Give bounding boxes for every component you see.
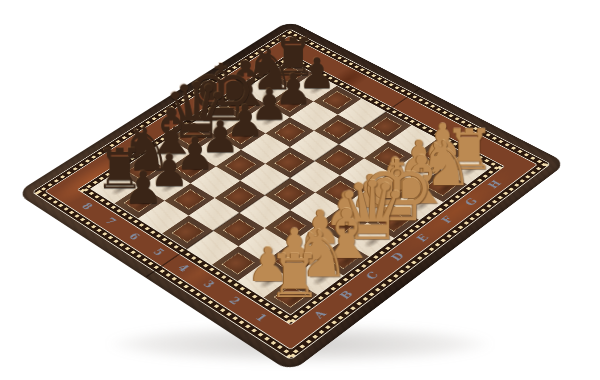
white-rook-icon: ♜ [268, 246, 322, 306]
photo-stage: 87654321 ABCDEFGH [0, 0, 600, 380]
chess-board: 87654321 ABCDEFGH [16, 20, 567, 372]
black-pawn-icon: ♟ [123, 165, 163, 210]
